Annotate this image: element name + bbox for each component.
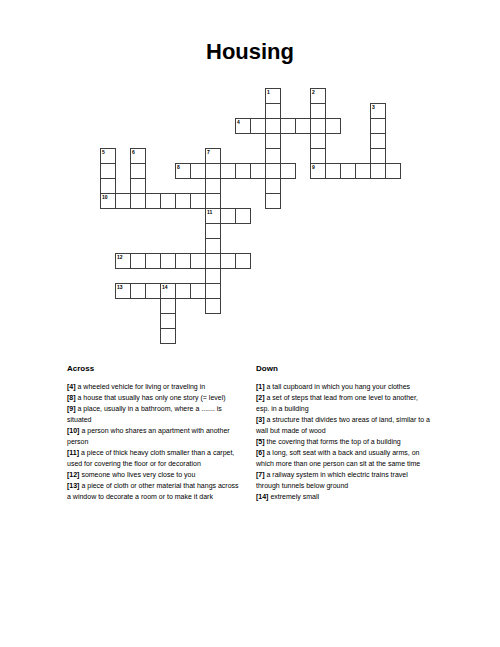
grid-cell[interactable] <box>160 313 176 329</box>
grid-cell[interactable] <box>160 193 176 209</box>
grid-cell[interactable] <box>205 268 221 284</box>
grid-cell[interactable] <box>205 223 221 239</box>
grid-cell[interactable] <box>160 328 176 344</box>
clue: [11] a piece of thick heavy cloth smalle… <box>67 447 239 469</box>
grid-cell[interactable] <box>205 283 221 299</box>
grid-cell[interactable]: 14 <box>160 283 176 299</box>
clue-number: [13] <box>67 482 79 489</box>
grid-cell[interactable] <box>325 163 341 179</box>
grid-cell[interactable] <box>385 163 401 179</box>
grid-cell[interactable] <box>370 118 386 134</box>
crossword-grid: 1234567891011121314 <box>100 88 401 344</box>
grid-cell[interactable] <box>370 163 386 179</box>
clue: [5] the covering that forms the top of a… <box>256 436 432 447</box>
cell-number: 13 <box>117 284 123 290</box>
across-clues-section: Across [4] a wheeled vehicle for living … <box>67 364 239 502</box>
grid-cell[interactable]: 7 <box>205 148 221 164</box>
cell-number: 3 <box>372 104 375 110</box>
clue-number: [10] <box>67 427 79 434</box>
grid-cell[interactable] <box>175 253 191 269</box>
cell-number: 7 <box>207 149 210 155</box>
cell-number: 8 <box>177 164 180 170</box>
clue: [9] a place, usually in a bathroom, wher… <box>67 403 239 425</box>
clue-number: [2] <box>256 394 265 401</box>
grid-cell[interactable]: 5 <box>100 148 116 164</box>
across-clue-list: [4] a wheeled vehicle for living or trav… <box>67 381 239 502</box>
grid-cell[interactable] <box>190 163 206 179</box>
grid-cell[interactable] <box>265 178 281 194</box>
grid-cell[interactable] <box>235 163 251 179</box>
cell-number: 2 <box>312 89 315 95</box>
grid-cell[interactable] <box>220 253 236 269</box>
across-header: Across <box>67 364 239 373</box>
grid-cell[interactable] <box>310 118 326 134</box>
grid-cell[interactable] <box>265 193 281 209</box>
grid-cell[interactable] <box>265 148 281 164</box>
grid-cell[interactable] <box>235 208 251 224</box>
grid-cell[interactable]: 9 <box>310 163 326 179</box>
grid-cell[interactable] <box>205 298 221 314</box>
clue: [2] a set of steps that lead from one le… <box>256 392 432 414</box>
grid-cell[interactable] <box>250 163 266 179</box>
grid-cell[interactable]: 12 <box>115 253 131 269</box>
clue: [12] someone who lives very close to you <box>67 469 239 480</box>
clue-number: [3] <box>256 416 265 423</box>
puzzle-title: Housing <box>0 39 500 65</box>
clue-number: [9] <box>67 405 76 412</box>
cell-number: 10 <box>102 194 108 200</box>
grid-cell[interactable] <box>130 283 146 299</box>
grid-cell[interactable]: 8 <box>175 163 191 179</box>
grid-cell[interactable] <box>355 163 371 179</box>
clue-number: [4] <box>67 383 76 390</box>
grid-cell[interactable] <box>340 163 356 179</box>
down-clues-section: Down [1] a tall cupboard in which you ha… <box>256 364 432 502</box>
cell-number: 9 <box>312 164 315 170</box>
grid-cell[interactable] <box>205 238 221 254</box>
grid-cell[interactable] <box>310 148 326 164</box>
grid-cell[interactable] <box>250 118 266 134</box>
cell-number: 5 <box>102 149 105 155</box>
grid-cell[interactable] <box>160 253 176 269</box>
clue: [7] a railway system in which electric t… <box>256 469 432 491</box>
grid-cell[interactable] <box>325 118 341 134</box>
grid-cell[interactable] <box>145 283 161 299</box>
cell-number: 11 <box>207 209 212 215</box>
grid-cell[interactable] <box>190 253 206 269</box>
cell-number: 1 <box>267 89 270 95</box>
grid-cell[interactable] <box>265 118 281 134</box>
grid-cell[interactable] <box>370 148 386 164</box>
grid-cell[interactable] <box>190 193 206 209</box>
grid-cell[interactable] <box>100 163 116 179</box>
grid-cell[interactable] <box>310 133 326 149</box>
cell-number: 6 <box>132 149 135 155</box>
grid-cell[interactable] <box>160 298 176 314</box>
grid-cell[interactable] <box>205 163 221 179</box>
grid-cell[interactable] <box>280 118 296 134</box>
grid-cell[interactable] <box>130 178 146 194</box>
grid-cell[interactable] <box>100 178 116 194</box>
grid-cell[interactable] <box>130 253 146 269</box>
grid-cell[interactable]: 1 <box>265 88 281 104</box>
clue-number: [5] <box>256 438 265 445</box>
grid-cell[interactable] <box>265 103 281 119</box>
clue-number: [8] <box>67 394 76 401</box>
clue: [3] a structure that divides two areas o… <box>256 414 432 436</box>
clue-number: [6] <box>256 449 265 456</box>
grid-cell[interactable] <box>280 163 296 179</box>
grid-cell[interactable] <box>220 208 236 224</box>
clue: [6] a long, soft seat with a back and us… <box>256 447 432 469</box>
grid-cell[interactable]: 4 <box>235 118 251 134</box>
grid-cell[interactable]: 13 <box>115 283 131 299</box>
grid-cell[interactable] <box>130 193 146 209</box>
grid-cell[interactable] <box>235 253 251 269</box>
clue-number: [14] <box>256 493 268 500</box>
grid-cell[interactable]: 11 <box>205 208 221 224</box>
down-header: Down <box>256 364 432 373</box>
grid-cell[interactable]: 3 <box>370 103 386 119</box>
grid-cell[interactable] <box>175 193 191 209</box>
grid-cell[interactable] <box>175 283 191 299</box>
down-clue-list: [1] a tall cupboard in which you hang yo… <box>256 381 432 502</box>
grid-cell[interactable] <box>145 193 161 209</box>
clue-number: [7] <box>256 471 265 478</box>
clue-number: [12] <box>67 471 79 478</box>
grid-cell[interactable] <box>115 193 131 209</box>
grid-cell[interactable] <box>205 178 221 194</box>
grid-cell[interactable] <box>205 253 221 269</box>
clue: [13] a piece of cloth or other material … <box>67 480 239 502</box>
grid-cell[interactable]: 10 <box>100 193 116 209</box>
grid-cell[interactable] <box>205 193 221 209</box>
grid-cell[interactable] <box>145 253 161 269</box>
clue: [10] a person who shares an apartment wi… <box>67 425 239 447</box>
grid-cell[interactable]: 6 <box>130 148 146 164</box>
grid-cell[interactable]: 2 <box>310 88 326 104</box>
grid-cell[interactable] <box>190 283 206 299</box>
cell-number: 4 <box>237 119 240 125</box>
crossword-worksheet: Housing 1234567891011121314 Across [4] a… <box>0 0 500 647</box>
clue: [1] a tall cupboard in which you hang yo… <box>256 381 432 392</box>
clue-number: [1] <box>256 383 265 390</box>
clue: [8] a house that usually has only one st… <box>67 392 239 403</box>
grid-cell[interactable] <box>130 163 146 179</box>
grid-cell[interactable] <box>265 133 281 149</box>
grid-cell[interactable] <box>310 103 326 119</box>
clue: [14] extremely small <box>256 491 432 502</box>
grid-cell[interactable] <box>220 163 236 179</box>
grid-cell[interactable] <box>295 118 311 134</box>
clue-number: [11] <box>67 449 79 456</box>
cell-number: 12 <box>117 254 123 260</box>
cell-number: 14 <box>162 284 168 290</box>
grid-cell[interactable] <box>265 163 281 179</box>
grid-cell[interactable] <box>370 133 386 149</box>
clue: [4] a wheeled vehicle for living or trav… <box>67 381 239 392</box>
